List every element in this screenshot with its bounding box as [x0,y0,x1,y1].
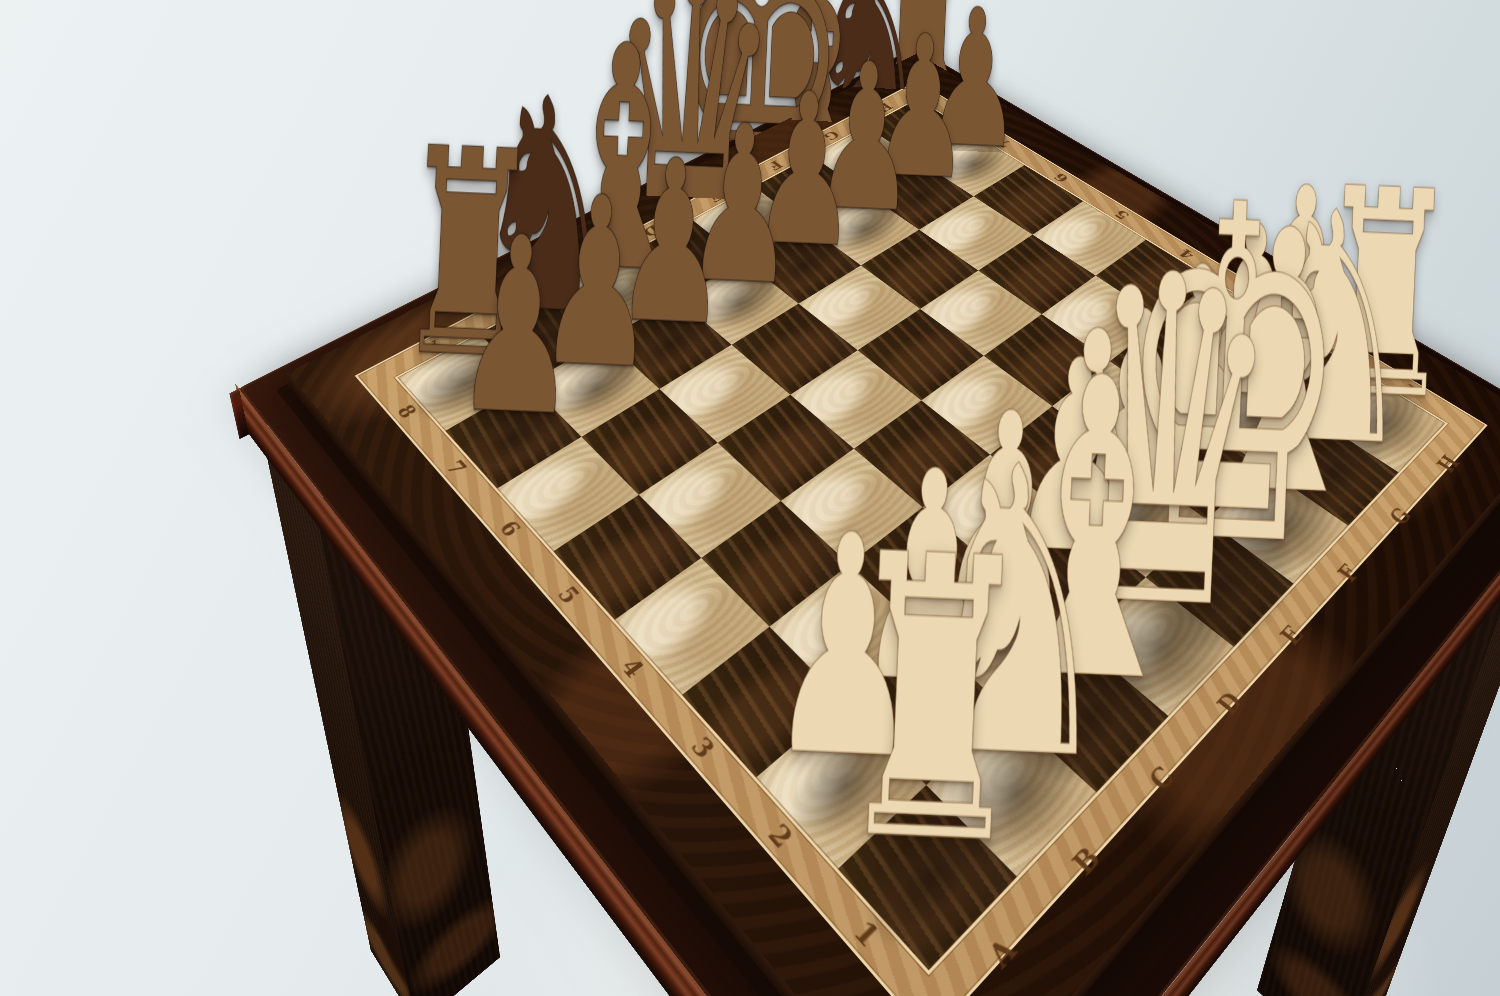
black-pawn-glyph: ♟ [410,201,626,453]
tabletop-plane: AA88BB77CC66DD55EE44FF33GG22HH11 ♜♞♝♛♚♝♞… [239,47,1500,996]
photo-background: { "game": "chess", "position": { "fen": … [0,0,1500,996]
scene: AA88BB77CC66DD55EE44FF33GG22HH11 ♜♞♝♛♚♝♞… [0,0,1500,996]
white-rook-glyph: ♜ [791,501,1078,902]
